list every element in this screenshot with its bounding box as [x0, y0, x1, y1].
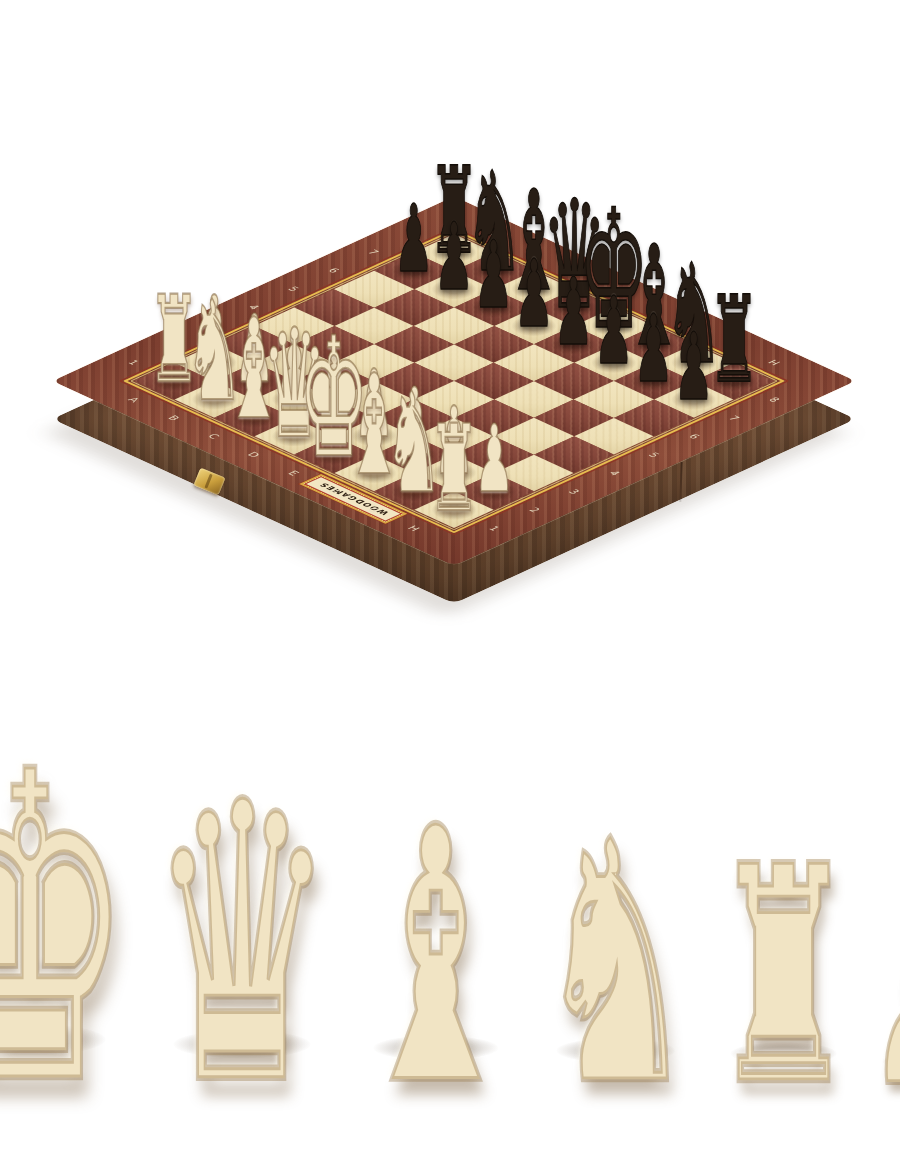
piece-black-pawn: ♟ — [674, 321, 714, 414]
coord-file-b-near: B — [165, 414, 182, 422]
lineup-bishop: ♝ — [346, 828, 527, 1133]
chess-board-scene: WOODGAMES AA11BB22CC33DD44EE55FF66GG77HH… — [170, 97, 738, 665]
knight-piece-glyph: ♞ — [536, 798, 697, 1132]
coord-rank-1-left: 1 — [126, 359, 142, 367]
piece-white-rook: ♜ — [428, 409, 480, 529]
coord-file-h-near: H — [405, 524, 423, 532]
piece-black-pawn: ♟ — [474, 229, 514, 322]
piece-black-rook: ♜ — [708, 280, 760, 400]
product-photo: WOODGAMES AA11BB22CC33DD44EE55FF66GG77HH… — [0, 0, 900, 1174]
piece-black-pawn: ♟ — [634, 303, 674, 396]
pawn-piece-glyph: ♟ — [868, 892, 900, 1116]
coord-rank-6-right: 6 — [686, 433, 702, 441]
coord-rank-1-right: 1 — [486, 524, 502, 532]
coord-file-h-far: H — [765, 358, 783, 366]
board-surface: WOODGAMES AA11BB22CC33DD44EE55FF66GG77HH… — [52, 196, 855, 566]
piece-white-pawn: ♟ — [474, 413, 514, 506]
piece-black-pawn: ♟ — [594, 285, 634, 378]
piece-black-pawn: ♟ — [554, 266, 594, 359]
coord-file-d-near: D — [245, 451, 263, 459]
lineup-queen: ♛ — [143, 803, 342, 1138]
coord-rank-4-right: 4 — [606, 469, 622, 477]
king-piece-glyph: ♚ — [0, 718, 132, 1144]
coord-rank-3-right: 3 — [566, 488, 582, 496]
lineup-pawn: ♟ — [864, 921, 900, 1116]
coord-rank-7-left: 7 — [365, 248, 381, 256]
coord-rank-8-right: 8 — [766, 396, 782, 404]
coord-rank-2-right: 2 — [526, 506, 542, 514]
piece-black-pawn: ♟ — [514, 248, 554, 341]
lineup-rook: ♜ — [706, 866, 860, 1126]
bishop-piece-glyph: ♝ — [351, 782, 521, 1133]
coord-file-c-near: C — [205, 432, 222, 440]
lineup-king: ♚ — [0, 773, 139, 1143]
piece-lineup: ♚♛♝♞♜♟ — [0, 773, 900, 1133]
lineup-knight: ♞ — [531, 841, 703, 1131]
coord-rank-5-left: 5 — [285, 285, 301, 293]
coord-rank-6-left: 6 — [325, 267, 341, 275]
coord-rank-5-right: 5 — [646, 451, 662, 459]
coord-file-a-near: A — [125, 396, 142, 404]
piece-black-pawn: ♟ — [434, 211, 474, 304]
queen-piece-glyph: ♛ — [149, 753, 335, 1138]
coord-rank-7-right: 7 — [726, 414, 742, 422]
rook-piece-glyph: ♜ — [711, 827, 856, 1126]
piece-black-pawn: ♟ — [394, 193, 434, 286]
